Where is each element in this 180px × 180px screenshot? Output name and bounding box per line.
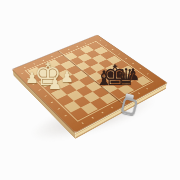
- square-e3: [95, 77, 111, 87]
- square-a3: [57, 95, 74, 106]
- square-a4: [51, 89, 67, 100]
- square-a5: [45, 83, 61, 93]
- square-g2: [119, 75, 135, 85]
- square-h1: [135, 76, 151, 86]
- square-d4: [79, 76, 95, 86]
- square-c2: [83, 92, 100, 103]
- square-d1: [100, 93, 117, 104]
- square-d3: [86, 82, 102, 92]
- square-c1: [90, 98, 107, 109]
- square-d2: [93, 87, 109, 98]
- square-c5: [64, 75, 80, 85]
- square-b3: [67, 90, 83, 101]
- square-a6: [39, 77, 55, 87]
- square-f2: [111, 79, 127, 89]
- metal-clasp: [119, 93, 137, 114]
- square-a1: [71, 107, 88, 119]
- square-b1: [81, 103, 98, 115]
- square-b4: [61, 84, 77, 94]
- square-g1: [126, 80, 142, 90]
- square-b5: [54, 79, 70, 89]
- square-c3: [77, 86, 93, 96]
- square-b2: [74, 96, 91, 107]
- square-a2: [64, 101, 81, 113]
- square-c4: [70, 80, 86, 90]
- product-photo: ♟ ♚ ♟ ♟ ♝ ♚ ♛ ♟: [0, 0, 180, 180]
- square-e2: [102, 83, 118, 93]
